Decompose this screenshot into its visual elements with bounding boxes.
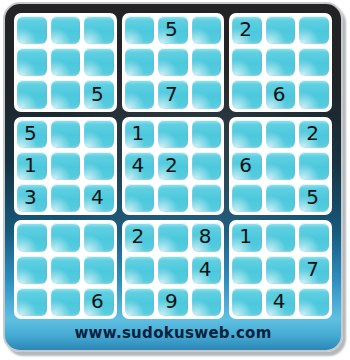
cell-r8c6[interactable]: 4 (192, 256, 222, 284)
cell-r2c8[interactable] (266, 48, 296, 76)
sudoku-page: 55726513414226562849174 www.sudokusweb.c… (0, 0, 350, 360)
cell-r8c1[interactable] (17, 256, 47, 284)
cell-r5c4[interactable]: 4 (125, 152, 155, 180)
cell-r8c8[interactable] (266, 256, 296, 284)
cell-r5c6[interactable] (192, 152, 222, 180)
cell-r1c6[interactable] (192, 16, 222, 44)
cell-r4c8[interactable] (266, 120, 296, 148)
cell-r5c8[interactable] (266, 152, 296, 180)
cell-r9c2[interactable] (51, 288, 81, 316)
cell-r1c4[interactable] (125, 16, 155, 44)
box-8: 2849 (122, 220, 225, 319)
cell-r7c4[interactable]: 2 (125, 223, 155, 251)
cell-r3c8[interactable]: 6 (266, 80, 296, 108)
sudoku-board: 55726513414226562849174 www.sudokusweb.c… (3, 2, 343, 352)
box-7: 6 (14, 220, 117, 319)
cell-r3c5[interactable]: 7 (158, 80, 188, 108)
cell-r5c3[interactable] (84, 152, 114, 180)
cell-r6c1[interactable]: 3 (17, 184, 47, 212)
cell-r7c7[interactable]: 1 (232, 223, 262, 251)
cell-r3c6[interactable] (192, 80, 222, 108)
cell-r2c9[interactable] (299, 48, 329, 76)
sudoku-grid: 55726513414226562849174 (14, 13, 332, 319)
cell-r5c2[interactable] (51, 152, 81, 180)
box-6: 265 (229, 117, 332, 216)
cell-r9c8[interactable]: 4 (266, 288, 296, 316)
cell-r9c3[interactable]: 6 (84, 288, 114, 316)
site-url[interactable]: www.sudokusweb.com (5, 324, 341, 342)
cell-r9c7[interactable] (232, 288, 262, 316)
cell-r2c1[interactable] (17, 48, 47, 76)
cell-r2c6[interactable] (192, 48, 222, 76)
cell-r4c5[interactable] (158, 120, 188, 148)
cell-r1c1[interactable] (17, 16, 47, 44)
cell-r6c2[interactable] (51, 184, 81, 212)
cell-r1c5[interactable]: 5 (158, 16, 188, 44)
cell-r3c4[interactable] (125, 80, 155, 108)
cell-r3c2[interactable] (51, 80, 81, 108)
cell-r5c9[interactable] (299, 152, 329, 180)
cell-r6c8[interactable] (266, 184, 296, 212)
cell-r8c9[interactable]: 7 (299, 256, 329, 284)
cell-r6c6[interactable] (192, 184, 222, 212)
cell-r5c5[interactable]: 2 (158, 152, 188, 180)
cell-r3c3[interactable]: 5 (84, 80, 114, 108)
cell-r4c9[interactable]: 2 (299, 120, 329, 148)
cell-r4c2[interactable] (51, 120, 81, 148)
cell-r7c8[interactable] (266, 223, 296, 251)
cell-r3c7[interactable] (232, 80, 262, 108)
box-5: 142 (122, 117, 225, 216)
cell-r1c3[interactable] (84, 16, 114, 44)
cell-r4c1[interactable]: 5 (17, 120, 47, 148)
cell-r4c7[interactable] (232, 120, 262, 148)
cell-r9c4[interactable] (125, 288, 155, 316)
cell-r1c2[interactable] (51, 16, 81, 44)
cell-r6c7[interactable] (232, 184, 262, 212)
cell-r8c4[interactable] (125, 256, 155, 284)
cell-r6c5[interactable] (158, 184, 188, 212)
cell-r4c3[interactable] (84, 120, 114, 148)
cell-r7c6[interactable]: 8 (192, 223, 222, 251)
cell-r5c1[interactable]: 1 (17, 152, 47, 180)
cell-r7c2[interactable] (51, 223, 81, 251)
cell-r9c1[interactable] (17, 288, 47, 316)
cell-r1c8[interactable] (266, 16, 296, 44)
cell-r1c7[interactable]: 2 (232, 16, 262, 44)
box-4: 5134 (14, 117, 117, 216)
cell-r2c5[interactable] (158, 48, 188, 76)
cell-r2c7[interactable] (232, 48, 262, 76)
cell-r8c7[interactable] (232, 256, 262, 284)
cell-r7c9[interactable] (299, 223, 329, 251)
box-9: 174 (229, 220, 332, 319)
cell-r6c4[interactable] (125, 184, 155, 212)
cell-r8c2[interactable] (51, 256, 81, 284)
cell-r3c9[interactable] (299, 80, 329, 108)
cell-r9c5[interactable]: 9 (158, 288, 188, 316)
cell-r1c9[interactable] (299, 16, 329, 44)
cell-r7c1[interactable] (17, 223, 47, 251)
box-3: 26 (229, 13, 332, 112)
cell-r9c6[interactable] (192, 288, 222, 316)
cell-r2c2[interactable] (51, 48, 81, 76)
cell-r4c4[interactable]: 1 (125, 120, 155, 148)
cell-r2c4[interactable] (125, 48, 155, 76)
cell-r8c5[interactable] (158, 256, 188, 284)
cell-r6c9[interactable]: 5 (299, 184, 329, 212)
cell-r4c6[interactable] (192, 120, 222, 148)
cell-r2c3[interactable] (84, 48, 114, 76)
cell-r8c3[interactable] (84, 256, 114, 284)
cell-r7c3[interactable] (84, 223, 114, 251)
cell-r3c1[interactable] (17, 80, 47, 108)
cell-r7c5[interactable] (158, 223, 188, 251)
box-2: 57 (122, 13, 225, 112)
cell-r9c9[interactable] (299, 288, 329, 316)
cell-r6c3[interactable]: 4 (84, 184, 114, 212)
box-1: 5 (14, 13, 117, 112)
cell-r5c7[interactable]: 6 (232, 152, 262, 180)
